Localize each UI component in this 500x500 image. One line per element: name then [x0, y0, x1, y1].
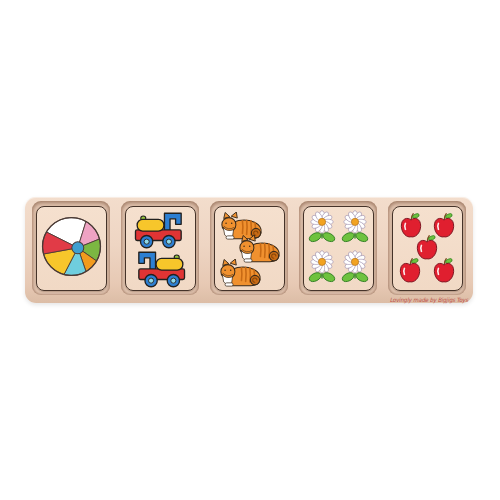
- cat-icon: [217, 259, 264, 288]
- train-icon: [131, 250, 189, 289]
- apple-icon: [397, 257, 423, 285]
- beach-ball-icon: [40, 215, 103, 278]
- daisy-icon: [307, 210, 337, 249]
- daisy-icon: [340, 250, 370, 289]
- puzzle-tile-apples[interactable]: [392, 206, 463, 291]
- tile-icons-4: [304, 207, 373, 290]
- tile-icons-3: [215, 207, 284, 290]
- daisy-icon: [340, 210, 370, 249]
- tray-recess-4: [299, 201, 377, 295]
- tray-recess-5: [388, 201, 466, 295]
- puzzle-tile-daisies[interactable]: [303, 206, 374, 291]
- puzzle-tray: Lovingly made by Bigjigs Toys: [25, 197, 473, 303]
- tray-recess-3: [210, 201, 288, 295]
- daisy-icon: [307, 250, 337, 289]
- tile-icons-2: [126, 207, 195, 290]
- apple-icon: [431, 257, 457, 285]
- tile-icons-1: [37, 207, 106, 290]
- puzzle-tile-trains[interactable]: [125, 206, 196, 291]
- train-icon: [131, 211, 189, 250]
- tile-icons-5: [393, 207, 462, 290]
- tray-recess-2: [121, 201, 199, 295]
- puzzle-tile-cats[interactable]: [214, 206, 285, 291]
- brand-text: Lovingly made by Bigjigs Toys: [390, 296, 468, 303]
- product-photo: Lovingly made by Bigjigs Toys: [0, 0, 500, 500]
- tray-recess-1: [32, 201, 110, 295]
- puzzle-tile-beach-ball[interactable]: [36, 206, 107, 291]
